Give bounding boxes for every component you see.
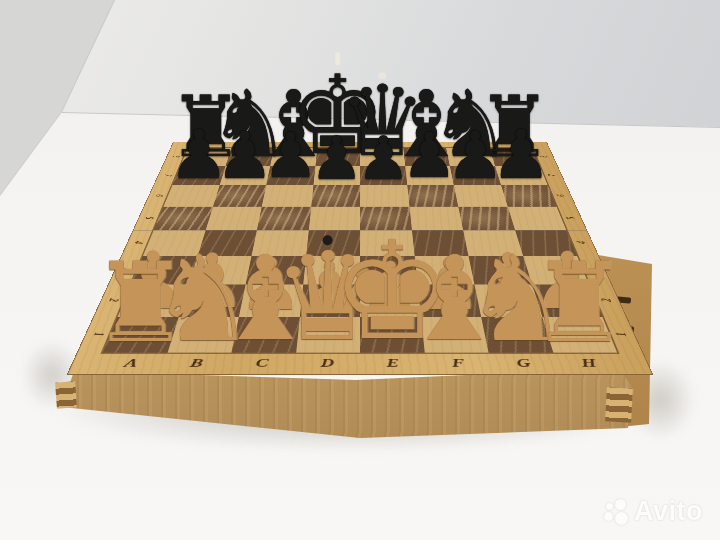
avito-logo-dot	[604, 512, 613, 521]
avito-logo-dot	[606, 503, 613, 510]
black-pawn-h7[interactable]: ♟	[491, 121, 552, 189]
rank-label-5: 5	[544, 213, 598, 222]
avito-watermark-text: Avito	[634, 496, 703, 527]
square-g5[interactable]	[458, 206, 514, 229]
white-rook-h1[interactable]: ♜	[530, 248, 629, 358]
avito-logo-dot	[615, 499, 626, 510]
box-finger-joint-right	[605, 387, 633, 422]
photo-scene: ABCDEFGH 87654321 87654321 ♜♞♝♚♛♝♞♜♟♟♟♟♟…	[0, 0, 720, 540]
avito-watermark: Avito	[598, 487, 720, 537]
square-b5[interactable]	[205, 206, 261, 229]
black-pawn-d7[interactable]: ♟	[310, 128, 364, 188]
box-finger-joint-left	[55, 381, 77, 408]
avito-logo-dot	[615, 512, 628, 525]
rank-label-5: 5	[122, 213, 176, 222]
